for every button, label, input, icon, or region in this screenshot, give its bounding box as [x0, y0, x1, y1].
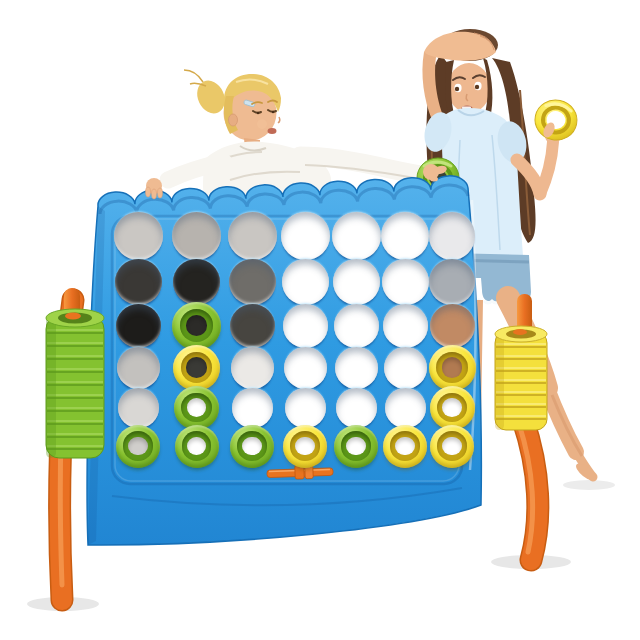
hole: [334, 304, 379, 348]
hole: [430, 304, 475, 348]
hole: [431, 347, 474, 389]
hole: [118, 388, 159, 428]
cell-r6c4: [279, 427, 331, 465]
hole: [383, 304, 428, 348]
cell-r1c2: [168, 213, 225, 259]
hole: [230, 304, 275, 348]
cell-r5c2: [168, 388, 225, 427]
hole: [285, 388, 326, 428]
cell-r6c7: [429, 427, 475, 465]
cell-r3c2: [168, 304, 225, 347]
hole: [173, 259, 220, 305]
cell-r4c1: [108, 347, 168, 388]
disc-yellow: [430, 425, 474, 468]
disc-green: [172, 302, 221, 350]
hole: [172, 212, 221, 260]
hole: [177, 427, 217, 466]
cell-r3c4: [279, 304, 331, 347]
cell-r4c2: [168, 347, 225, 388]
cell-r4c7: [429, 347, 475, 388]
hole: [385, 388, 426, 428]
cell-r5c5: [331, 388, 381, 427]
cell-r2c2: [168, 259, 225, 304]
disc-center-hole: [442, 437, 461, 456]
disc-yellow: [429, 345, 476, 391]
hole: [384, 347, 427, 389]
hole: [228, 212, 277, 260]
disc-center-hole: [442, 357, 463, 377]
cell-r5c7: [429, 388, 475, 427]
hole: [174, 304, 219, 348]
hole: [114, 212, 163, 260]
cell-r3c7: [429, 304, 475, 347]
hole: [282, 259, 329, 305]
hole: [118, 427, 158, 466]
cell-r5c6: [381, 388, 429, 427]
cell-r5c3: [225, 388, 279, 427]
hole: [229, 259, 276, 305]
cell-r2c7: [429, 259, 475, 304]
hole: [176, 388, 217, 428]
cell-r2c3: [225, 259, 279, 304]
disc-center-hole: [346, 437, 365, 456]
cell-r2c5: [331, 259, 381, 304]
disc-center-hole: [128, 437, 147, 456]
cell-r1c6: [381, 213, 429, 259]
hole: [281, 212, 330, 260]
hole: [283, 304, 328, 348]
disc-yellow: [430, 386, 475, 430]
cell-r2c1: [108, 259, 168, 304]
hole: [284, 347, 327, 389]
disc-center-hole: [442, 398, 462, 417]
disc-green: [334, 425, 378, 468]
hole: [429, 212, 475, 260]
girl-left-mouth: [268, 128, 277, 134]
hole: [382, 259, 429, 305]
giant-connect-four-photo: [0, 0, 640, 640]
cell-r3c5: [331, 304, 381, 347]
hole: [333, 259, 380, 305]
yellow-disc-stack: [495, 294, 547, 430]
hole: [231, 347, 274, 389]
disc-yellow: [283, 425, 327, 468]
disc-center-hole: [242, 437, 261, 456]
cell-r6c5: [331, 427, 381, 465]
cell-r4c6: [381, 347, 429, 388]
cell-r3c3: [225, 304, 279, 347]
disc-green: [174, 386, 219, 430]
cell-r1c3: [225, 213, 279, 259]
hole: [115, 259, 162, 305]
cell-r1c7: [429, 213, 475, 259]
hole: [332, 212, 381, 260]
connect-four-grid: [108, 213, 475, 465]
cell-r6c2: [168, 427, 225, 465]
disc-center-hole: [395, 437, 414, 456]
cell-r6c1: [108, 427, 168, 465]
green-disc-stack: [46, 288, 104, 458]
hole: [432, 427, 472, 466]
hole: [285, 427, 325, 466]
cell-r3c6: [381, 304, 429, 347]
disc-yellow: [173, 345, 220, 391]
girl-right-face: [448, 63, 491, 113]
hole: [232, 427, 272, 466]
cell-r1c1: [108, 213, 168, 259]
cell-r4c5: [331, 347, 381, 388]
cell-r6c6: [381, 427, 429, 465]
hole: [175, 347, 218, 389]
hole: [335, 347, 378, 389]
cell-r4c4: [279, 347, 331, 388]
cell-r1c4: [279, 213, 331, 259]
hole: [232, 388, 273, 428]
hole: [432, 388, 473, 428]
hole: [336, 427, 376, 466]
hole: [429, 259, 475, 305]
hole: [336, 388, 377, 428]
cell-r5c1: [108, 388, 168, 427]
hole: [117, 347, 160, 389]
disc-yellow: [383, 425, 427, 468]
cell-r6c3: [225, 427, 279, 465]
disc-green: [175, 425, 219, 468]
cell-r3c1: [108, 304, 168, 347]
disc-center-hole: [186, 357, 207, 377]
cell-r2c4: [279, 259, 331, 304]
held-yellow-disc: [531, 96, 580, 144]
disc-green: [230, 425, 274, 468]
cell-r1c5: [331, 213, 381, 259]
disc-center-hole: [295, 437, 314, 456]
hole: [385, 427, 425, 466]
hole: [116, 304, 161, 348]
hole: [381, 212, 429, 260]
cell-r4c3: [225, 347, 279, 388]
cell-r5c4: [279, 388, 331, 427]
cell-r2c6: [381, 259, 429, 304]
disc-green: [116, 425, 160, 468]
